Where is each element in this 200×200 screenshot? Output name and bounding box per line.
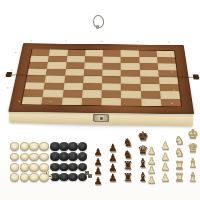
dark-checker-piece <box>68 163 78 172</box>
dark-knight: ♞ <box>123 137 133 148</box>
light-pawn: ♟ <box>161 162 170 172</box>
dark-checker-piece <box>59 152 69 161</box>
light-pawn: ♟ <box>161 141 170 151</box>
light-checker-piece <box>29 153 39 162</box>
dark-chess-column: ♟♟♟♟ <box>91 147 105 183</box>
light-die <box>48 175 52 179</box>
light-checker-piece <box>20 142 30 151</box>
dark-checker-piece <box>59 163 69 172</box>
light-bishop: ♝ <box>188 171 199 183</box>
dark-checker-piece <box>68 173 78 182</box>
dark-rook: ♜ <box>123 172 133 183</box>
dark-chess-column: ♞♞♜♜ <box>121 137 135 183</box>
dark-king: ♚ <box>138 130 149 142</box>
light-chess-column: ♟♟♟♟ <box>159 141 173 183</box>
dark-checker-piece <box>68 142 78 151</box>
dark-pawn: ♟ <box>94 176 103 186</box>
light-checker-piece <box>29 142 39 151</box>
dark-checker-piece <box>50 142 60 151</box>
light-checker-piece <box>20 153 30 162</box>
light-checker-piece <box>20 173 30 182</box>
light-king: ♚ <box>188 128 199 140</box>
light-pawn: ♟ <box>147 175 156 185</box>
dark-die <box>88 174 92 178</box>
dark-checker-piece <box>59 173 69 182</box>
dark-rook: ♜ <box>123 160 133 171</box>
light-checker-piece <box>29 163 39 172</box>
dark-checker-piece <box>68 152 78 161</box>
light-pawn: ♟ <box>161 173 170 183</box>
dark-checker-piece <box>78 163 88 172</box>
light-knight: ♞ <box>175 135 185 146</box>
light-checker-piece <box>10 173 20 182</box>
dark-checker-piece <box>59 142 69 151</box>
dark-knight: ♞ <box>123 149 133 160</box>
dark-checker-piece <box>50 163 60 172</box>
light-chess-column: ♚♛♝♝ <box>186 128 200 183</box>
light-knight: ♞ <box>175 147 185 158</box>
light-queen: ♛ <box>188 142 199 154</box>
light-bishop: ♝ <box>188 157 199 169</box>
light-checker-piece <box>10 142 20 151</box>
light-checker-piece <box>10 153 20 162</box>
light-chess-column: ♟♟♟♟ <box>145 146 159 183</box>
light-rook: ♜ <box>175 160 185 171</box>
light-checker-piece <box>10 163 20 172</box>
dark-chess-column: ♟♟♟♟ <box>106 143 120 183</box>
light-chess-column: ♞♞♜♜ <box>173 135 187 183</box>
pieces-display: ♟♟♟♟♟♟♟♟♞♞♜♜♚♛♝♝♟♟♟♟♟♟♟♟♞♞♜♜♚♛♝♝ <box>0 0 200 200</box>
dark-pawn: ♟ <box>109 173 118 183</box>
dark-checker-piece <box>50 152 60 161</box>
product-photo: ♟♟♟♟♟♟♟♟♞♞♜♜♚♛♝♝♟♟♟♟♟♟♟♟♞♞♜♜♚♛♝♝ <box>0 0 200 200</box>
dark-checker-piece <box>78 142 88 151</box>
light-checker-piece <box>29 173 39 182</box>
light-checker-piece <box>39 153 49 162</box>
light-checker-piece <box>20 163 30 172</box>
light-checker-piece <box>39 142 49 151</box>
dark-checker-piece <box>78 152 88 161</box>
light-rook: ♜ <box>175 172 185 183</box>
